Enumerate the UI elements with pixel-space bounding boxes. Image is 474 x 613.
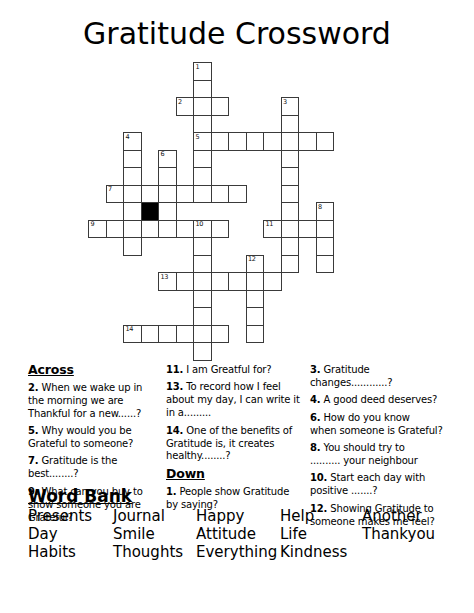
cell-number: 4 [126,134,130,141]
word-bank-word: Happy [196,507,280,525]
clue-number: 1. [166,486,176,497]
clue-down-8: 8. You should try to .......... your nei… [310,442,470,468]
grid-cell-r4c8[interactable] [228,132,247,151]
grid-cell-r7c3[interactable] [141,185,160,204]
grid-cell-r8c2[interactable] [123,202,142,221]
grid-cell-r15c4[interactable] [158,325,177,344]
grid-cell-r15c6[interactable] [193,325,212,344]
grid-cell-r9c10[interactable]: 11 [263,220,282,239]
word-bank-word: Thoughts [113,543,196,561]
word-bank-word: Journal [113,507,196,525]
grid-cell-r9c2[interactable] [123,220,142,239]
grid-cell-r4c12[interactable] [298,132,317,151]
clue-number: 6. [310,412,320,423]
clue-number: 5. [28,425,38,436]
grid-cell-r4c11[interactable] [281,132,300,151]
clue-number: 3. [310,364,320,375]
word-bank-word: Presents [28,507,113,525]
cell-number: 13 [161,274,169,281]
word-bank-word: Help [280,507,362,525]
cell-number: 5 [196,134,200,141]
grid-cell-r6c4[interactable] [158,167,177,186]
grid-cell-r7c2[interactable] [123,185,142,204]
grid-cell-r10c2[interactable] [123,237,142,256]
cell-number: 14 [126,326,134,333]
grid-cell-r15c3[interactable] [141,325,160,344]
grid-cell-r12c7[interactable] [211,272,230,291]
clue-number: 10. [310,472,327,483]
grid-cell-r2c7[interactable] [211,97,230,116]
grid-cell-r9c12[interactable] [298,220,317,239]
grid-cell-r2c11[interactable]: 3 [281,97,300,116]
grid-cell-r8c4[interactable] [158,202,177,221]
grid-cell-r12c10[interactable] [263,272,282,291]
grid-cell-r4c10[interactable] [263,132,282,151]
grid-cell-r7c11[interactable] [281,185,300,204]
grid-cell-r9c13[interactable] [316,220,335,239]
grid-cell-r7c7[interactable] [211,185,230,204]
grid-cell-r5c11[interactable] [281,150,300,169]
cell-number: 6 [161,151,165,158]
across-heading: Across [28,364,168,377]
grid-cell-r2c5[interactable]: 2 [176,97,195,116]
clue-across-7: 7. Gratitude is the best........? [28,455,168,481]
grid-cell-r7c1[interactable]: 7 [106,185,125,204]
clue-number: 14. [166,425,183,436]
grid-cell-r9c6[interactable]: 10 [193,220,212,239]
grid-cell-r6c11[interactable] [281,167,300,186]
grid-cell-r12c8[interactable] [228,272,247,291]
grid-cell-r13c9[interactable] [246,290,265,309]
grid-cell-r6c2[interactable] [123,167,142,186]
grid-cell-r10c11[interactable] [281,237,300,256]
clue-number: 2. [28,382,38,393]
clue-text: I am Greatful for? [183,364,271,375]
grid-cell-r3c6[interactable] [193,115,212,134]
grid-cell-r11c11[interactable] [281,255,300,274]
down-heading: Down [166,468,308,481]
clues-column-middle: 11. I am Greatful for?13. To record how … [166,364,308,516]
cell-number: 7 [108,186,112,193]
grid-cell-r14c9[interactable] [246,307,265,326]
grid-cell-r15c5[interactable] [176,325,195,344]
grid-cell-r12c6[interactable] [193,272,212,291]
grid-cell-r9c7[interactable] [211,220,230,239]
grid-cell-r8c11[interactable] [281,202,300,221]
cell-number: 10 [196,221,204,228]
crossword-grid: 1234567891011121314 [88,62,334,361]
clue-across-14: 14. One of the benefits of Gratitude is,… [166,425,308,464]
cell-number: 12 [248,256,256,263]
clue-across-2: 2. When we wake up in the morning we are… [28,382,168,421]
clue-text: How do you know when someone is Grateful… [310,412,443,436]
grid-cell-r16c6[interactable] [193,342,212,361]
grid-cell-r7c6[interactable] [193,185,212,204]
word-bank-heading: Word Bank [28,486,132,506]
grid-cell-r10c13[interactable] [316,237,335,256]
clue-down-10: 10. Start each day with positive .......… [310,472,470,498]
clue-down-3: 3. Gratitude changes............? [310,364,470,390]
grid-cell-r4c6[interactable]: 5 [193,132,212,151]
clue-text: You should try to .......... your neighb… [310,442,418,466]
word-bank: PresentsJournalHappyHelpAnotherDaySmileA… [28,507,458,562]
grid-cell-r5c4[interactable]: 6 [158,150,177,169]
clue-number: 13. [166,381,183,392]
grid-cell-r15c9[interactable] [246,325,265,344]
clue-across-13: 13. To record how I feel about my day, I… [166,381,308,420]
grid-cell-r10c6[interactable] [193,237,212,256]
clue-text: One of the benefits of Gratitude is, it … [166,425,292,462]
grid-cell-r7c4[interactable] [158,185,177,204]
grid-cell-r9c1[interactable] [106,220,125,239]
cell-number: 2 [178,99,182,106]
grid-cell-r4c13[interactable] [316,132,335,151]
grid-cell-r7c5[interactable] [176,185,195,204]
grid-cell-r15c2[interactable]: 14 [123,325,142,344]
cell-number: 8 [318,204,322,211]
cell-number: 1 [196,64,200,71]
cell-number: 11 [266,221,274,228]
word-bank-word: Day [28,525,113,543]
grid-cell-r3c11[interactable] [281,115,300,134]
grid-cell-r12c4[interactable]: 13 [158,272,177,291]
grid-cell-r5c6[interactable] [193,150,212,169]
clue-text: When we wake up in the morning we are Th… [28,382,142,419]
grid-cell-r11c6[interactable] [193,255,212,274]
word-bank-word: Habits [28,543,113,561]
grid-cell-r9c0[interactable]: 9 [88,220,107,239]
clue-text: A good deed deserves? [320,394,437,405]
clue-down-4: 4. A good deed deserves? [310,394,470,407]
cell-number: 9 [91,221,95,228]
grid-cell-r4c7[interactable] [211,132,230,151]
clue-number: 7. [28,455,38,466]
clue-text: To record how I feel about my day, I can… [166,381,300,418]
clue-number: 11. [166,364,183,375]
grid-cell-r7c8[interactable] [228,185,247,204]
clue-text: Gratitude changes............? [310,364,392,388]
grid-cell-r14c6[interactable] [193,307,212,326]
grid-cell-r9c11[interactable] [281,220,300,239]
clue-across-11: 11. I am Greatful for? [166,364,308,377]
grid-cell-r12c5[interactable] [176,272,195,291]
clue-text: Gratitude is the best........? [28,455,117,479]
grid-cell-r13c6[interactable] [193,290,212,309]
grid-cell-r11c9[interactable]: 12 [246,255,265,274]
grid-cell-r15c7[interactable] [211,325,230,344]
grid-cell-r11c13[interactable] [316,255,335,274]
grid-cell-r2c6[interactable] [193,97,212,116]
grid-cell-r8c13[interactable]: 8 [316,202,335,221]
grid-cell-r4c2[interactable]: 4 [123,132,142,151]
word-bank-word: Life [280,525,362,543]
clue-text: Why would you be Grateful to someone? [28,425,133,449]
word-bank-word: Everything [196,543,280,561]
black-cell [141,202,160,221]
word-bank-word: Attitude [196,525,280,543]
clue-text: Start each day with positive .......? [310,472,425,496]
cell-number: 3 [283,99,287,106]
word-bank-word: Smile [113,525,196,543]
clue-down-6: 6. How do you know when someone is Grate… [310,412,470,438]
grid-cell-r9c4[interactable] [158,220,177,239]
grid-cell-r0c6[interactable]: 1 [193,62,212,81]
grid-cell-r9c5[interactable] [176,220,195,239]
grid-cell-r6c6[interactable] [193,167,212,186]
grid-cell-r12c9[interactable] [246,272,265,291]
clue-number: 8. [310,442,320,453]
word-bank-word: Thankyou [362,525,458,543]
word-bank-word: Another [362,507,458,525]
page-title: Gratitude Crossword [0,16,474,51]
grid-cell-r9c3[interactable] [141,220,160,239]
grid-cell-r4c9[interactable] [246,132,265,151]
grid-cell-r5c2[interactable] [123,150,142,169]
word-bank-word: Kindness [280,543,362,561]
grid-cell-r1c6[interactable] [193,80,212,99]
clue-across-5: 5. Why would you be Grateful to someone? [28,425,168,451]
clue-number: 4. [310,394,320,405]
